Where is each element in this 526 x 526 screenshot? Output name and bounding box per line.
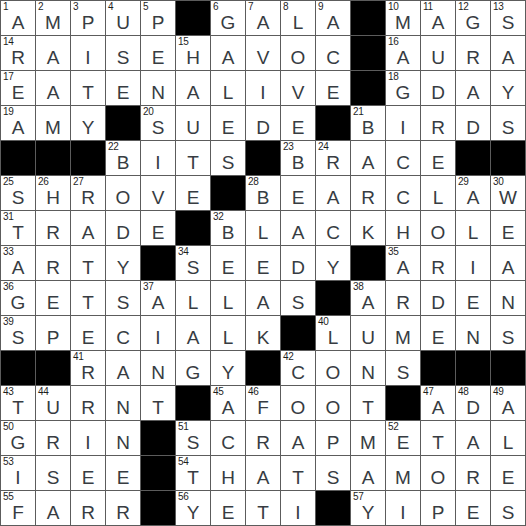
cell-letter: P (316, 433, 350, 452)
grid-cell[interactable]: U (351, 316, 385, 350)
grid-cell[interactable]: 16A (386, 36, 420, 70)
grid-cell[interactable]: L (211, 71, 245, 105)
grid-cell[interactable]: R (246, 421, 280, 455)
grid-cell[interactable]: 41R (71, 351, 105, 385)
grid-cell[interactable]: 47A (421, 386, 455, 420)
grid-cell[interactable]: D (421, 71, 455, 105)
grid-cell[interactable]: N (141, 71, 175, 105)
cell-letter: B (281, 153, 315, 172)
black-cell (176, 1, 210, 35)
grid-cell[interactable]: R (71, 386, 105, 420)
grid-cell[interactable]: S (491, 491, 525, 525)
cell-letter: S (106, 48, 140, 67)
grid-cell[interactable]: A (106, 351, 140, 385)
cell-letter: D (106, 223, 140, 242)
cell-letter: R (36, 223, 70, 242)
grid-cell[interactable]: 40L (316, 316, 350, 350)
cell-letter: C (386, 153, 420, 172)
grid-cell[interactable]: 14R (1, 36, 35, 70)
grid-cell[interactable]: 53I (1, 456, 35, 490)
grid-cell[interactable]: O (106, 176, 140, 210)
grid-cell[interactable]: R (421, 246, 455, 280)
grid-cell[interactable]: T (351, 386, 385, 420)
grid-cell[interactable]: Y (491, 71, 525, 105)
grid-cell[interactable]: C (106, 316, 140, 350)
cell-letter: R (421, 118, 455, 137)
cell-letter: T (281, 468, 315, 487)
grid-cell[interactable]: C (211, 421, 245, 455)
grid-cell[interactable]: L (456, 211, 490, 245)
grid-cell[interactable]: R (36, 246, 70, 280)
cell-letter: B (351, 118, 385, 137)
clue-number: 8 (283, 1, 288, 13)
grid-cell[interactable]: 22B (106, 141, 140, 175)
cell-letter: R (386, 293, 420, 312)
cell-letter: M (386, 13, 420, 32)
grid-cell[interactable]: 44U (36, 386, 70, 420)
cell-letter: A (351, 468, 385, 487)
clue-number: 7 (248, 1, 253, 13)
grid-cell[interactable]: V (281, 71, 315, 105)
cell-letter: G (176, 363, 210, 382)
cell-letter: S (491, 13, 525, 32)
grid-cell[interactable]: A (491, 36, 525, 70)
cell-letter: R (71, 363, 105, 382)
grid-cell[interactable]: 57Y (351, 491, 385, 525)
cell-letter: P (421, 503, 455, 522)
grid-cell[interactable]: 49A (491, 386, 525, 420)
grid-cell[interactable]: M (386, 456, 420, 490)
cell-letter: P (36, 328, 70, 347)
grid-cell[interactable]: H (211, 456, 245, 490)
cell-letter: A (211, 398, 245, 417)
cell-letter: E (456, 503, 490, 522)
grid-cell[interactable]: A (211, 36, 245, 70)
grid-cell[interactable]: A (351, 456, 385, 490)
grid-cell[interactable]: Y (211, 351, 245, 385)
black-cell (491, 141, 525, 175)
grid-cell[interactable]: C (386, 141, 420, 175)
grid-cell[interactable]: D (246, 106, 280, 140)
grid-cell[interactable]: R (386, 281, 420, 315)
cell-letter: S (491, 328, 525, 347)
cell-letter: L (176, 293, 210, 312)
grid-cell[interactable]: H (386, 211, 420, 245)
cell-letter: G (1, 433, 35, 452)
grid-cell[interactable]: 45A (211, 386, 245, 420)
grid-cell[interactable]: 24R (316, 141, 350, 175)
grid-cell[interactable]: L (491, 421, 525, 455)
grid-cell[interactable]: 48D (456, 386, 490, 420)
grid-cell[interactable]: A (246, 281, 280, 315)
grid-cell[interactable]: K (351, 211, 385, 245)
grid-cell[interactable]: E (211, 246, 245, 280)
grid-cell[interactable]: S (491, 316, 525, 350)
grid-cell[interactable]: T (71, 281, 105, 315)
grid-cell[interactable]: C (386, 176, 420, 210)
grid-cell[interactable]: N (141, 351, 175, 385)
grid-cell[interactable]: 52E (386, 421, 420, 455)
cell-letter: E (211, 503, 245, 522)
black-cell (421, 351, 455, 385)
grid-cell[interactable]: S (211, 141, 245, 175)
grid-cell[interactable]: 55F (1, 491, 35, 525)
grid-cell[interactable]: A (176, 71, 210, 105)
grid-cell[interactable]: E (71, 456, 105, 490)
grid-cell[interactable]: S (281, 281, 315, 315)
cell-letter: A (386, 258, 420, 277)
grid-cell[interactable]: 50G (1, 421, 35, 455)
black-cell (211, 176, 245, 210)
cell-letter: R (456, 48, 490, 67)
cell-letter: N (491, 293, 525, 312)
grid-cell[interactable]: 23B (281, 141, 315, 175)
grid-cell[interactable]: 33A (1, 246, 35, 280)
cell-letter: A (176, 328, 210, 347)
grid-cell[interactable]: S (36, 456, 70, 490)
cell-letter: N (106, 398, 140, 417)
grid-cell[interactable]: P (36, 316, 70, 350)
cell-letter: Y (176, 503, 210, 522)
grid-cell[interactable]: 5P (141, 1, 175, 35)
grid-cell[interactable]: V (141, 176, 175, 210)
grid-cell[interactable]: 20S (141, 106, 175, 140)
grid-cell[interactable]: O (421, 211, 455, 245)
grid-cell[interactable]: 35A (386, 246, 420, 280)
grid-cell[interactable]: 28B (246, 176, 280, 210)
cell-letter: S (176, 258, 210, 277)
grid-cell[interactable]: M (351, 421, 385, 455)
grid-cell[interactable]: E (456, 491, 490, 525)
grid-cell[interactable]: 21B (351, 106, 385, 140)
grid-cell[interactable]: S (491, 106, 525, 140)
cell-letter: E (421, 153, 455, 172)
grid-cell[interactable]: A (246, 456, 280, 490)
grid-cell[interactable]: I (456, 246, 490, 280)
cell-letter: T (1, 398, 35, 417)
cell-letter: E (141, 48, 175, 67)
grid-cell[interactable]: E (491, 456, 525, 490)
cell-letter: E (106, 468, 140, 487)
cell-letter: A (211, 48, 245, 67)
grid-cell[interactable]: P (316, 421, 350, 455)
grid-cell[interactable]: 17E (1, 71, 35, 105)
grid-cell[interactable]: 12G (456, 1, 490, 35)
grid-cell[interactable]: S (316, 456, 350, 490)
black-cell (351, 246, 385, 280)
clue-number: 3 (73, 1, 78, 13)
cell-letter: E (176, 188, 210, 207)
grid-cell[interactable]: 19A (1, 106, 35, 140)
grid-cell[interactable]: I (246, 71, 280, 105)
grid-cell[interactable]: O (281, 386, 315, 420)
cell-letter: D (421, 83, 455, 102)
grid-cell[interactable]: I (281, 491, 315, 525)
grid-cell[interactable]: A (36, 491, 70, 525)
cell-letter: T (176, 153, 210, 172)
grid-cell[interactable]: N (106, 421, 140, 455)
grid-cell[interactable]: E (421, 141, 455, 175)
cell-letter: E (106, 83, 140, 102)
cell-letter: O (281, 398, 315, 417)
grid-cell[interactable]: 13S (491, 1, 525, 35)
grid-cell[interactable]: 25S (1, 176, 35, 210)
grid-cell[interactable]: A (491, 246, 525, 280)
grid-cell[interactable]: 3P (71, 1, 105, 35)
grid-cell[interactable]: 43T (1, 386, 35, 420)
grid-cell[interactable]: D (281, 246, 315, 280)
grid-cell[interactable]: N (106, 386, 140, 420)
grid-cell[interactable]: L (421, 176, 455, 210)
grid-cell[interactable]: N (351, 351, 385, 385)
black-cell (141, 246, 175, 280)
grid-cell[interactable]: O (281, 36, 315, 70)
grid-cell[interactable]: D (421, 281, 455, 315)
grid-cell[interactable]: R (36, 421, 70, 455)
cell-letter: V (246, 48, 280, 67)
grid-cell[interactable]: A (456, 421, 490, 455)
grid-cell[interactable]: U (421, 36, 455, 70)
grid-cell[interactable]: A (36, 71, 70, 105)
cell-letter: E (211, 118, 245, 137)
black-cell (351, 71, 385, 105)
cell-letter: S (141, 118, 175, 137)
grid-cell[interactable]: E (421, 316, 455, 350)
grid-cell[interactable]: L (176, 281, 210, 315)
grid-cell[interactable]: 39S (1, 316, 35, 350)
grid-cell[interactable]: A (281, 211, 315, 245)
cell-letter: H (36, 188, 70, 207)
grid-cell[interactable]: L (246, 211, 280, 245)
clue-number: 6 (213, 1, 218, 13)
grid-cell[interactable]: 34S (176, 246, 210, 280)
grid-cell[interactable]: A (176, 316, 210, 350)
cell-letter: I (71, 433, 105, 452)
grid-cell[interactable]: T (246, 491, 280, 525)
cell-letter: C (316, 48, 350, 67)
grid-cell[interactable]: M (36, 106, 70, 140)
grid-cell[interactable]: I (71, 421, 105, 455)
grid-cell[interactable]: 31T (1, 211, 35, 245)
grid-cell[interactable]: N (456, 316, 490, 350)
grid-cell[interactable]: 9A (316, 1, 350, 35)
grid-cell[interactable]: 26H (36, 176, 70, 210)
grid-cell[interactable]: D (106, 211, 140, 245)
grid-cell[interactable]: E (456, 281, 490, 315)
cell-letter: A (456, 83, 490, 102)
grid-cell[interactable]: 38A (351, 281, 385, 315)
cell-letter: R (246, 433, 280, 452)
clue-number: 2 (38, 1, 43, 13)
grid-cell[interactable]: R (106, 491, 140, 525)
cell-letter: A (421, 13, 455, 32)
cell-letter: C (211, 433, 245, 452)
grid-cell[interactable]: E (176, 176, 210, 210)
cell-letter: A (71, 223, 105, 242)
grid-cell[interactable]: 10M (386, 1, 420, 35)
cell-letter: E (141, 223, 175, 242)
black-cell (176, 386, 210, 420)
cell-letter: P (71, 13, 105, 32)
grid-cell[interactable]: 27R (71, 176, 105, 210)
cell-letter: A (351, 153, 385, 172)
grid-cell[interactable]: E (316, 71, 350, 105)
grid-cell[interactable]: A (316, 176, 350, 210)
grid-cell[interactable]: A (456, 71, 490, 105)
grid-cell[interactable]: G (176, 351, 210, 385)
grid-cell[interactable]: O (316, 351, 350, 385)
grid-cell[interactable]: Y (316, 246, 350, 280)
grid-cell[interactable]: A (281, 421, 315, 455)
cell-letter: C (386, 188, 420, 207)
grid-cell[interactable]: I (386, 491, 420, 525)
cell-letter: A (246, 468, 280, 487)
grid-cell[interactable]: D (456, 106, 490, 140)
grid-cell[interactable]: 36G (1, 281, 35, 315)
grid-cell[interactable]: I (71, 36, 105, 70)
cell-letter: D (246, 118, 280, 137)
grid-cell[interactable]: 42C (281, 351, 315, 385)
grid-cell[interactable]: T (421, 421, 455, 455)
grid-cell[interactable]: R (351, 176, 385, 210)
cell-letter: A (246, 13, 280, 32)
grid-cell[interactable]: R (71, 491, 105, 525)
grid-cell[interactable]: E (211, 106, 245, 140)
grid-cell[interactable]: R (421, 106, 455, 140)
grid-cell[interactable]: O (421, 456, 455, 490)
grid-cell[interactable]: O (316, 386, 350, 420)
grid-cell[interactable]: 30W (491, 176, 525, 210)
grid-cell[interactable]: E (281, 106, 315, 140)
cell-letter: T (421, 433, 455, 452)
grid-cell[interactable]: A (71, 211, 105, 245)
cell-letter: U (351, 328, 385, 347)
grid-cell[interactable]: S (386, 351, 420, 385)
grid-cell[interactable]: E (106, 456, 140, 490)
cell-letter: A (141, 293, 175, 312)
grid-cell[interactable]: L (211, 281, 245, 315)
grid-cell[interactable]: T (71, 246, 105, 280)
grid-cell[interactable]: I (386, 106, 420, 140)
cell-letter: L (211, 83, 245, 102)
cell-letter: T (176, 468, 210, 487)
cell-letter: Y (316, 258, 350, 277)
cell-letter: T (246, 503, 280, 522)
grid-cell[interactable]: R (456, 456, 490, 490)
cell-letter: T (1, 223, 35, 242)
cell-letter: K (246, 328, 280, 347)
grid-cell[interactable]: V (246, 36, 280, 70)
cell-letter: Y (351, 503, 385, 522)
grid-cell[interactable]: A (36, 36, 70, 70)
cell-letter: E (386, 433, 420, 452)
grid-cell[interactable]: C (316, 211, 350, 245)
grid-cell[interactable]: Y (106, 246, 140, 280)
cell-letter: T (71, 258, 105, 277)
grid-cell[interactable]: 8L (281, 1, 315, 35)
grid-cell[interactable]: E (281, 176, 315, 210)
cell-letter: C (106, 328, 140, 347)
grid-cell[interactable]: 32B (211, 211, 245, 245)
grid-cell[interactable]: 15H (176, 36, 210, 70)
cell-letter: A (1, 118, 35, 137)
black-cell (1, 351, 35, 385)
grid-cell[interactable]: T (71, 71, 105, 105)
grid-cell[interactable]: C (316, 36, 350, 70)
grid-cell[interactable]: 7A (246, 1, 280, 35)
grid-cell[interactable]: N (491, 281, 525, 315)
black-cell (1, 141, 35, 175)
grid-cell[interactable]: 11A (421, 1, 455, 35)
black-cell (456, 141, 490, 175)
grid-cell[interactable]: 56Y (176, 491, 210, 525)
cell-letter: H (176, 48, 210, 67)
black-cell (281, 316, 315, 350)
cell-letter: I (281, 503, 315, 522)
grid-cell[interactable]: T (176, 141, 210, 175)
grid-cell[interactable]: 51S (176, 421, 210, 455)
grid-cell[interactable]: U (176, 106, 210, 140)
black-cell (36, 351, 70, 385)
grid-cell[interactable]: S (106, 281, 140, 315)
grid-cell[interactable]: E (211, 491, 245, 525)
cell-letter: A (421, 398, 455, 417)
grid-cell[interactable]: E (246, 246, 280, 280)
cell-letter: E (491, 223, 525, 242)
black-cell (491, 351, 525, 385)
grid-cell[interactable]: M (386, 316, 420, 350)
grid-cell[interactable]: 54T (176, 456, 210, 490)
cell-letter: A (176, 83, 210, 102)
cell-letter: S (491, 118, 525, 137)
grid-cell[interactable]: L (211, 316, 245, 350)
grid-cell[interactable]: 6G (211, 1, 245, 35)
cell-letter: A (281, 433, 315, 452)
grid-cell[interactable]: T (141, 386, 175, 420)
grid-cell[interactable]: 18G (386, 71, 420, 105)
grid-cell[interactable]: R (36, 211, 70, 245)
grid-cell[interactable]: A (351, 141, 385, 175)
grid-cell[interactable]: K (246, 316, 280, 350)
grid-cell[interactable]: E (106, 71, 140, 105)
grid-cell[interactable]: 2M (36, 1, 70, 35)
grid-cell[interactable]: P (421, 491, 455, 525)
cell-letter: A (1, 258, 35, 277)
grid-cell[interactable]: I (141, 141, 175, 175)
grid-cell[interactable]: T (281, 456, 315, 490)
cell-letter: A (491, 398, 525, 417)
grid-cell[interactable]: E (141, 36, 175, 70)
grid-cell[interactable]: I (141, 316, 175, 350)
clue-number: 40 (318, 316, 329, 328)
grid-cell[interactable]: 46F (246, 386, 280, 420)
grid-cell[interactable]: E (491, 211, 525, 245)
cell-letter: R (351, 188, 385, 207)
grid-cell[interactable]: 4U (106, 1, 140, 35)
grid-cell[interactable]: Y (71, 106, 105, 140)
cell-letter: G (1, 293, 35, 312)
grid-cell[interactable]: E (36, 281, 70, 315)
grid-cell[interactable]: S (106, 36, 140, 70)
grid-cell[interactable]: 1A (1, 1, 35, 35)
grid-cell[interactable]: 37A (141, 281, 175, 315)
grid-cell[interactable]: E (71, 316, 105, 350)
cell-letter: I (71, 48, 105, 67)
cell-letter: R (456, 468, 490, 487)
grid-cell[interactable]: 29A (456, 176, 490, 210)
grid-cell[interactable]: E (141, 211, 175, 245)
grid-cell[interactable]: R (456, 36, 490, 70)
